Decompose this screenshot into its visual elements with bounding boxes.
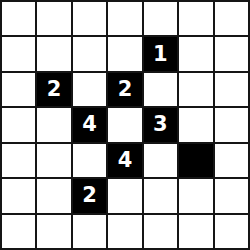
- white-cell-r0c5[interactable]: [179, 2, 212, 35]
- akari-board: 1224342: [0, 0, 250, 250]
- white-cell-r1c5[interactable]: [179, 37, 212, 70]
- white-cell-r1c2[interactable]: [73, 37, 106, 70]
- white-cell-r6c1[interactable]: [37, 215, 70, 248]
- white-cell-r2c6[interactable]: [215, 73, 248, 106]
- clue-cell-r3c4: 3: [144, 108, 177, 141]
- white-cell-r3c5[interactable]: [179, 108, 212, 141]
- white-cell-r4c4[interactable]: [144, 144, 177, 177]
- clue-cell-r2c1: 2: [37, 73, 70, 106]
- white-cell-r2c4[interactable]: [144, 73, 177, 106]
- white-cell-r5c5[interactable]: [179, 179, 212, 212]
- white-cell-r0c2[interactable]: [73, 2, 106, 35]
- white-cell-r3c6[interactable]: [215, 108, 248, 141]
- white-cell-r3c0[interactable]: [2, 108, 35, 141]
- white-cell-r5c3[interactable]: [108, 179, 141, 212]
- white-cell-r5c1[interactable]: [37, 179, 70, 212]
- white-cell-r0c0[interactable]: [2, 2, 35, 35]
- white-cell-r6c5[interactable]: [179, 215, 212, 248]
- white-cell-r0c1[interactable]: [37, 2, 70, 35]
- white-cell-r1c1[interactable]: [37, 37, 70, 70]
- white-cell-r1c6[interactable]: [215, 37, 248, 70]
- white-cell-r4c1[interactable]: [37, 144, 70, 177]
- white-cell-r4c2[interactable]: [73, 144, 106, 177]
- white-cell-r5c0[interactable]: [2, 179, 35, 212]
- white-cell-r3c3[interactable]: [108, 108, 141, 141]
- white-cell-r6c3[interactable]: [108, 215, 141, 248]
- white-cell-r2c0[interactable]: [2, 73, 35, 106]
- clue-cell-r3c2: 4: [73, 108, 106, 141]
- clue-cell-r4c3: 4: [108, 144, 141, 177]
- white-cell-r1c3[interactable]: [108, 37, 141, 70]
- white-cell-r2c5[interactable]: [179, 73, 212, 106]
- white-cell-r6c4[interactable]: [144, 215, 177, 248]
- white-cell-r0c3[interactable]: [108, 2, 141, 35]
- white-cell-r1c0[interactable]: [2, 37, 35, 70]
- clue-cell-r1c4: 1: [144, 37, 177, 70]
- white-cell-r5c6[interactable]: [215, 179, 248, 212]
- white-cell-r6c0[interactable]: [2, 215, 35, 248]
- white-cell-r4c0[interactable]: [2, 144, 35, 177]
- white-cell-r0c6[interactable]: [215, 2, 248, 35]
- black-cell-r4c5: [179, 144, 212, 177]
- white-cell-r4c6[interactable]: [215, 144, 248, 177]
- clue-cell-r5c2: 2: [73, 179, 106, 212]
- clue-cell-r2c3: 2: [108, 73, 141, 106]
- white-cell-r2c2[interactable]: [73, 73, 106, 106]
- white-cell-r0c4[interactable]: [144, 2, 177, 35]
- white-cell-r3c1[interactable]: [37, 108, 70, 141]
- white-cell-r6c2[interactable]: [73, 215, 106, 248]
- white-cell-r6c6[interactable]: [215, 215, 248, 248]
- white-cell-r5c4[interactable]: [144, 179, 177, 212]
